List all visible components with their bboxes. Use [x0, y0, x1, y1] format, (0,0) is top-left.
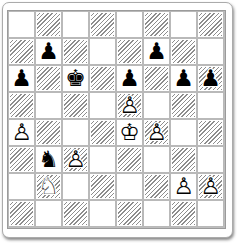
square-h5 — [197, 92, 224, 119]
square-a8 — [8, 11, 35, 38]
piece-white-knight: ♘ — [36, 174, 61, 199]
piece-black-king: ♚ — [63, 66, 88, 91]
square-h3 — [197, 146, 224, 173]
square-c2 — [62, 173, 89, 200]
piece-white-pawn: ♙ — [171, 174, 196, 199]
square-g2: ♟♙ — [170, 173, 197, 200]
square-h6: ♟ — [197, 65, 224, 92]
piece-black-pawn: ♟ — [9, 66, 34, 91]
square-d1 — [89, 200, 116, 227]
square-d5 — [89, 92, 116, 119]
square-d3 — [89, 146, 116, 173]
square-h4 — [197, 119, 224, 146]
square-c3: ♟♙ — [62, 146, 89, 173]
chess-board: ♟♟♟♚♟♟♟♟♙♟♙♚♔♟♙♞♟♙♞♘♟♙♟♙ — [8, 11, 225, 228]
square-g4 — [170, 119, 197, 146]
piece-white-pawn: ♙ — [144, 120, 169, 145]
square-a3 — [8, 146, 35, 173]
square-g6: ♟ — [170, 65, 197, 92]
square-f2 — [143, 173, 170, 200]
square-d2 — [89, 173, 116, 200]
square-b2: ♞♘ — [35, 173, 62, 200]
square-b1 — [35, 200, 62, 227]
square-h7 — [197, 38, 224, 65]
piece-black-pawn: ♟ — [144, 39, 169, 64]
piece-black-knight: ♞ — [36, 147, 61, 172]
square-a1 — [8, 200, 35, 227]
square-f3 — [143, 146, 170, 173]
square-b5 — [35, 92, 62, 119]
square-f4: ♟♙ — [143, 119, 170, 146]
square-c5 — [62, 92, 89, 119]
square-e5: ♟♙ — [116, 92, 143, 119]
square-g3 — [170, 146, 197, 173]
square-g8 — [170, 11, 197, 38]
square-b7: ♟ — [35, 38, 62, 65]
square-c1 — [62, 200, 89, 227]
square-e6: ♟ — [116, 65, 143, 92]
piece-white-pawn: ♙ — [9, 120, 34, 145]
square-e3 — [116, 146, 143, 173]
square-c6: ♚ — [62, 65, 89, 92]
piece-white-king: ♔ — [117, 120, 142, 145]
square-e2 — [116, 173, 143, 200]
square-e8 — [116, 11, 143, 38]
square-a2 — [8, 173, 35, 200]
square-b3: ♞ — [35, 146, 62, 173]
square-f5 — [143, 92, 170, 119]
square-h1 — [197, 200, 224, 227]
piece-black-pawn: ♟ — [171, 66, 196, 91]
square-a7 — [8, 38, 35, 65]
square-c4 — [62, 119, 89, 146]
square-e7 — [116, 38, 143, 65]
square-d4 — [89, 119, 116, 146]
piece-white-pawn: ♙ — [117, 93, 142, 118]
square-f8 — [143, 11, 170, 38]
diagram-frame: ♟♟♟♚♟♟♟♟♙♟♙♚♔♟♙♞♟♙♞♘♟♙♟♙ — [2, 2, 233, 238]
square-a4: ♟♙ — [8, 119, 35, 146]
piece-white-pawn: ♙ — [198, 174, 223, 199]
piece-black-pawn: ♟ — [36, 39, 61, 64]
piece-black-pawn: ♟ — [198, 66, 223, 91]
square-h8 — [197, 11, 224, 38]
square-a6: ♟ — [8, 65, 35, 92]
square-b4 — [35, 119, 62, 146]
square-d6 — [89, 65, 116, 92]
square-d8 — [89, 11, 116, 38]
square-g1 — [170, 200, 197, 227]
square-a5 — [8, 92, 35, 119]
square-b8 — [35, 11, 62, 38]
square-c7 — [62, 38, 89, 65]
square-g5 — [170, 92, 197, 119]
square-h2: ♟♙ — [197, 173, 224, 200]
board-outline: ♟♟♟♚♟♟♟♟♙♟♙♚♔♟♙♞♟♙♞♘♟♙♟♙ — [7, 10, 226, 229]
square-b6 — [35, 65, 62, 92]
square-f7: ♟ — [143, 38, 170, 65]
square-e1 — [116, 200, 143, 227]
square-e4: ♚♔ — [116, 119, 143, 146]
square-g7 — [170, 38, 197, 65]
square-f6 — [143, 65, 170, 92]
piece-black-pawn: ♟ — [117, 66, 142, 91]
square-c8 — [62, 11, 89, 38]
piece-white-pawn: ♙ — [63, 147, 88, 172]
square-f1 — [143, 200, 170, 227]
square-d7 — [89, 38, 116, 65]
